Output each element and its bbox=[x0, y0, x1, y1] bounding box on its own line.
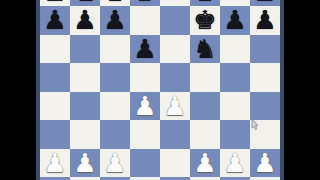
square-a4[interactable] bbox=[40, 92, 70, 121]
chess-board[interactable]: ♜♞♝♛♝♜♟♟♟♚♟♟♟♞♟♟♟♟♟♟♟♟♜♞♝♛♚♝♜ bbox=[40, 0, 280, 180]
square-a6[interactable] bbox=[40, 35, 70, 64]
piece-black-pawn-d6[interactable]: ♟ bbox=[130, 35, 160, 64]
square-d1[interactable]: ♛ bbox=[130, 177, 160, 180]
square-f7[interactable]: ♚ bbox=[190, 6, 220, 35]
piece-black-knight-f6[interactable]: ♞ bbox=[190, 35, 220, 64]
square-g3[interactable] bbox=[220, 120, 250, 149]
square-f6[interactable]: ♞ bbox=[190, 35, 220, 64]
square-e5[interactable] bbox=[160, 63, 190, 92]
square-f2[interactable]: ♟ bbox=[190, 149, 220, 178]
piece-white-queen-d1[interactable]: ♛ bbox=[130, 177, 160, 180]
square-e3[interactable] bbox=[160, 120, 190, 149]
piece-white-rook-a1[interactable]: ♜ bbox=[40, 177, 70, 180]
square-c5[interactable] bbox=[100, 63, 130, 92]
piece-white-rook-h1[interactable]: ♜ bbox=[250, 177, 280, 180]
piece-white-pawn-b2[interactable]: ♟ bbox=[70, 149, 100, 178]
piece-white-bishop-c1[interactable]: ♝ bbox=[100, 177, 130, 180]
square-b1[interactable]: ♞ bbox=[70, 177, 100, 180]
square-g7[interactable]: ♟ bbox=[220, 6, 250, 35]
square-a1[interactable]: ♜ bbox=[40, 177, 70, 180]
square-h5[interactable] bbox=[250, 63, 280, 92]
square-b2[interactable]: ♟ bbox=[70, 149, 100, 178]
square-d5[interactable] bbox=[130, 63, 160, 92]
screenshot-stage: ♜♞♝♛♝♜♟♟♟♚♟♟♟♞♟♟♟♟♟♟♟♟♜♞♝♛♚♝♜ bbox=[0, 0, 320, 180]
square-f5[interactable] bbox=[190, 63, 220, 92]
square-c2[interactable]: ♟ bbox=[100, 149, 130, 178]
square-b4[interactable] bbox=[70, 92, 100, 121]
square-e2[interactable] bbox=[160, 149, 190, 178]
square-c7[interactable]: ♟ bbox=[100, 6, 130, 35]
square-e1[interactable]: ♚ bbox=[160, 177, 190, 180]
piece-black-pawn-c7[interactable]: ♟ bbox=[100, 6, 130, 35]
square-b3[interactable] bbox=[70, 120, 100, 149]
square-h4[interactable] bbox=[250, 92, 280, 121]
square-c3[interactable] bbox=[100, 120, 130, 149]
square-a2[interactable]: ♟ bbox=[40, 149, 70, 178]
piece-white-pawn-d4[interactable]: ♟ bbox=[130, 92, 160, 121]
piece-white-pawn-c2[interactable]: ♟ bbox=[100, 149, 130, 178]
piece-white-knight-b1[interactable]: ♞ bbox=[70, 177, 100, 180]
square-h2[interactable]: ♟ bbox=[250, 149, 280, 178]
piece-black-pawn-h7[interactable]: ♟ bbox=[250, 6, 280, 35]
square-f1[interactable]: ♝ bbox=[190, 177, 220, 180]
square-d3[interactable] bbox=[130, 120, 160, 149]
piece-white-king-e1[interactable]: ♚ bbox=[160, 177, 190, 180]
square-d7[interactable] bbox=[130, 6, 160, 35]
piece-black-king-f7[interactable]: ♚ bbox=[190, 6, 220, 35]
square-g4[interactable] bbox=[220, 92, 250, 121]
square-g6[interactable] bbox=[220, 35, 250, 64]
square-a7[interactable]: ♟ bbox=[40, 6, 70, 35]
square-e4[interactable]: ♟ bbox=[160, 92, 190, 121]
square-f3[interactable] bbox=[190, 120, 220, 149]
piece-white-pawn-f2[interactable]: ♟ bbox=[190, 149, 220, 178]
square-e6[interactable] bbox=[160, 35, 190, 64]
square-b7[interactable]: ♟ bbox=[70, 6, 100, 35]
square-a5[interactable] bbox=[40, 63, 70, 92]
square-b5[interactable] bbox=[70, 63, 100, 92]
mouse-cursor-icon bbox=[251, 119, 259, 131]
chess-board-frame: ♜♞♝♛♝♜♟♟♟♚♟♟♟♞♟♟♟♟♟♟♟♟♜♞♝♛♚♝♜ bbox=[36, 0, 284, 180]
square-h7[interactable]: ♟ bbox=[250, 6, 280, 35]
square-g2[interactable]: ♟ bbox=[220, 149, 250, 178]
piece-white-pawn-e4[interactable]: ♟ bbox=[160, 92, 190, 121]
square-c1[interactable]: ♝ bbox=[100, 177, 130, 180]
piece-white-pawn-h2[interactable]: ♟ bbox=[250, 149, 280, 178]
piece-white-bishop-f1[interactable]: ♝ bbox=[190, 177, 220, 180]
square-h6[interactable] bbox=[250, 35, 280, 64]
square-d2[interactable] bbox=[130, 149, 160, 178]
square-c4[interactable] bbox=[100, 92, 130, 121]
square-h1[interactable]: ♜ bbox=[250, 177, 280, 180]
square-f4[interactable] bbox=[190, 92, 220, 121]
piece-black-pawn-a7[interactable]: ♟ bbox=[40, 6, 70, 35]
square-g1[interactable] bbox=[220, 177, 250, 180]
square-b6[interactable] bbox=[70, 35, 100, 64]
square-d6[interactable]: ♟ bbox=[130, 35, 160, 64]
piece-black-pawn-g7[interactable]: ♟ bbox=[220, 6, 250, 35]
piece-black-pawn-b7[interactable]: ♟ bbox=[70, 6, 100, 35]
square-d4[interactable]: ♟ bbox=[130, 92, 160, 121]
square-c6[interactable] bbox=[100, 35, 130, 64]
piece-white-pawn-a2[interactable]: ♟ bbox=[40, 149, 70, 178]
square-g5[interactable] bbox=[220, 63, 250, 92]
square-a3[interactable] bbox=[40, 120, 70, 149]
piece-white-pawn-g2[interactable]: ♟ bbox=[220, 149, 250, 178]
square-e7[interactable] bbox=[160, 6, 190, 35]
